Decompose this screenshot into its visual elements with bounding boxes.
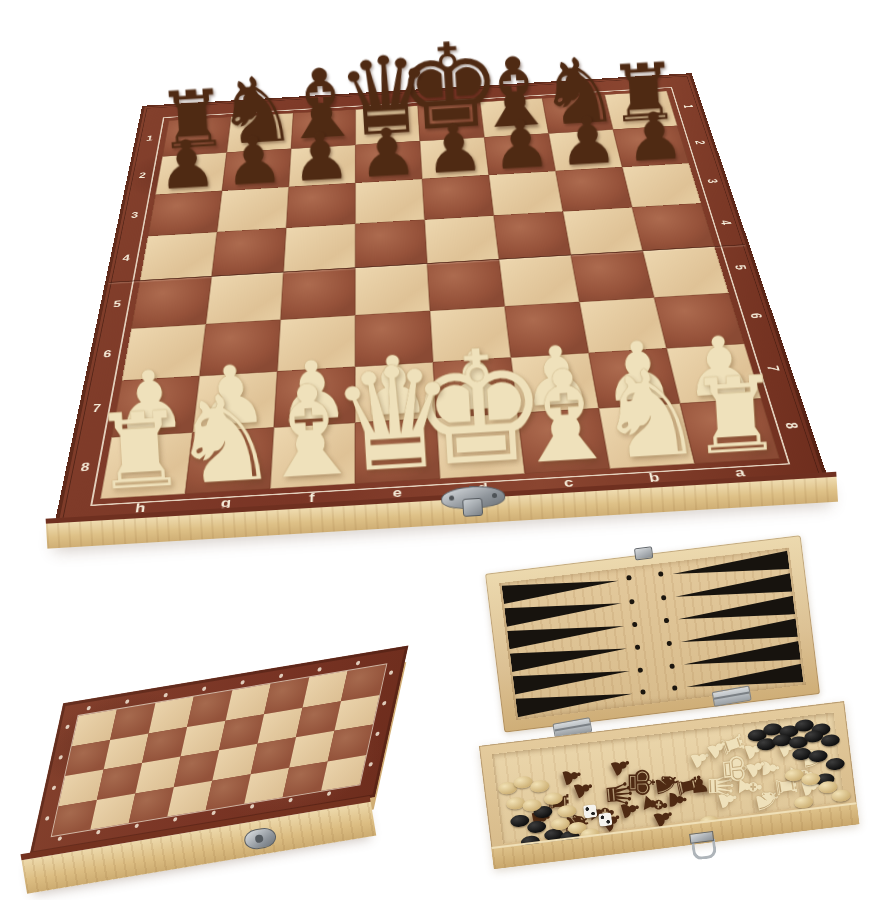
square [563,207,643,255]
light-queen: ♛ [327,351,461,488]
square [571,251,654,302]
point-tip-dot [669,663,675,669]
chess-board-grid: ♜♞♝♛♚♝♞♜♟♟♟♟♟♟♟♟♟♟♟♟♟♟♟♟♜♞♝♛♚♝♞♜ [100,91,779,499]
dark-pawn: ♟ [623,104,686,168]
rank-label-left: 2 [134,171,151,180]
backgammon-points-left [501,571,633,718]
square [355,179,424,224]
point-tip-dot [661,594,667,600]
closed-board [0,614,467,900]
board-perspective-scene: ♜♞♝♛♚♝♞♜♟♟♟♟♟♟♟♟♟♟♟♟♟♟♟♟♜♞♝♛♚♝♞♜ 11h22g3… [25,18,832,533]
dark-pawn: ♟ [289,124,352,188]
dark-pawn: ♟ [422,116,485,180]
dark-pawn: ♟ [489,112,552,176]
box-clasp [691,839,717,861]
closed-board-square [328,724,373,760]
main-chessboard-photo: ♜♞♝♛♚♝♞♜♟♟♟♟♟♟♟♟♟♟♟♟♟♟♟♟♜♞♝♛♚♝♞♜ 11h22g3… [0,0,881,565]
closed-board-square [283,761,328,797]
square [494,211,571,259]
rank-label-right: 2 [691,138,707,147]
square: ♟ [613,126,689,167]
latch-knob [462,498,483,517]
square [281,268,356,320]
point-tip-dot [667,640,673,646]
square [217,187,289,232]
square: ♟ [549,130,623,171]
dark-pawn: ♟ [155,132,218,196]
square [556,167,633,211]
rank-label-left: 1 [142,134,158,142]
coordinate-mark [368,762,373,767]
point-tip-dot [664,617,670,623]
coordinate-mark [86,706,91,711]
point-tip-dot [672,686,678,692]
coordinate-mark [96,830,101,835]
screw [492,493,497,498]
closed-board-square [334,694,379,730]
rank-label-right: 7 [762,362,783,376]
square: ♟ [355,141,422,183]
dark-pawn: ♟ [222,128,285,192]
square: ♞ [599,403,695,468]
square [632,203,714,250]
closed-board-square [52,799,97,835]
lid-clasp-keeper [634,546,653,560]
rank-label-right: 1 [680,102,696,111]
square [283,224,355,272]
point-tip-dot [640,690,646,696]
closed-board-square [206,774,251,810]
coordinate-mark [45,816,50,821]
point-tip-dot [629,598,635,604]
coordinate-mark [375,731,380,736]
coordinate-mark [65,724,70,729]
point-tip-dot [626,576,632,582]
square: ♟ [484,133,555,175]
point-tip-dot [632,621,638,627]
rank-label-left: 7 [86,402,107,415]
closed-board-photo [18,648,450,898]
chess-board: ♜♞♝♛♚♝♞♜♟♟♟♟♟♟♟♟♟♟♟♟♟♟♟♟♜♞♝♛♚♝♞♜ 11h22g3… [52,73,831,533]
backgammon-point [501,571,619,605]
black-checker-disc [825,757,845,771]
point-tip-dot [635,644,641,650]
closed-board-square [129,787,174,823]
closed-board-square [90,793,135,829]
square: ♟ [222,149,291,191]
die [598,812,612,826]
coordinate-mark [327,791,332,796]
square: ♛ [355,418,440,484]
black-checker-disc [820,734,840,748]
square [427,259,505,311]
rank-label-left: 8 [74,461,96,475]
backgammon-field [499,548,806,721]
board-tilt-wrapper: ♜♞♝♛♚♝♞♜♟♟♟♟♟♟♟♟♟♟♟♟♟♟♟♟♜♞♝♛♚♝♞♜ 11h22g3… [12,0,865,589]
rank-label-right: 8 [780,418,802,433]
square [206,272,284,324]
coordinate-mark [317,667,322,672]
coordinate-mark [250,804,255,809]
closed-board-latch [243,826,278,851]
board-clasp-latch [441,485,504,515]
point-tip-dot [658,572,664,578]
dark-pawn: ♟ [556,108,619,172]
square [499,255,579,306]
rank-label-right: 5 [731,262,750,274]
coordinate-mark [125,699,130,704]
light-knight: ♞ [593,356,707,472]
wood-checker-disc [831,789,851,803]
closed-board-square [341,664,386,700]
closed-board-square [321,754,366,790]
rank-label-right: 4 [716,217,734,228]
light-knight: ♞ [167,381,281,497]
rank-label-right: 6 [746,310,766,323]
coordinate-mark [382,701,387,706]
rank-label-right: 3 [703,176,720,186]
open-box: ♟♜♞♟♝♟♛♟♚♝♟♞♟♜♟♟♟♟♛♟♚♝♟♞♟♜♟♝♟♞♟♜♟ [427,500,881,900]
square [148,191,222,236]
rank-label-left: 4 [117,253,135,263]
square [286,183,355,228]
open-box-photo: ♟♜♞♟♝♟♛♟♚♝♟♞♟♜♟♟♟♟♛♟♚♝♟♞♟♜♟♝♟♞♟♜♟ [448,525,881,897]
square [355,220,427,268]
square [131,276,212,328]
coordinate-mark [134,823,139,828]
square: ♟ [420,137,489,179]
square [643,246,729,297]
screw [449,495,454,500]
square: ♞ [185,428,274,494]
dark-pawn: ♟ [356,120,419,184]
coordinate-mark [288,798,293,803]
square [212,228,287,276]
rank-label-left: 5 [108,299,127,310]
square [355,263,430,315]
closed-board-square [244,767,289,803]
black-checker-disc [527,820,547,834]
closed-board-square [167,780,212,816]
square [140,232,217,281]
coordinate-mark [163,693,168,698]
rank-label-left: 6 [98,348,118,360]
coordinate-mark [57,836,62,841]
square [489,171,563,216]
coordinate-mark [173,817,178,822]
die [583,804,597,818]
box-lid-backgammon [485,535,820,733]
square [422,175,494,220]
coordinate-mark [240,680,245,685]
point-tip-dot [638,667,644,673]
coordinate-mark [202,686,207,691]
coordinate-mark [389,670,394,675]
product-photo-page: ♜♞♝♛♚♝♞♜♟♟♟♟♟♟♟♟♟♟♟♟♟♟♟♟♜♞♝♛♚♝♞♜ 11h22g3… [0,0,881,900]
square: ♟ [289,145,356,187]
square: ♟ [155,153,226,195]
rank-label-left: 3 [126,211,143,220]
square [425,216,499,264]
backgammon-points-right [671,550,803,697]
coordinate-mark [211,810,216,815]
coordinate-mark [279,673,284,678]
coordinate-mark [58,755,63,760]
coordinate-mark [356,661,361,666]
square [622,163,701,207]
coordinate-mark [52,785,57,790]
